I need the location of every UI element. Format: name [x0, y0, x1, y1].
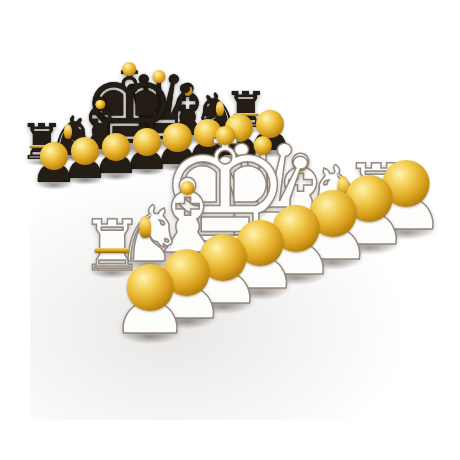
gold-accent	[123, 62, 137, 76]
product-photo-stage: ♜♞♝♚♛♝♞♜♟♟♟♟♟♟♟♟♜♞♝♚♛♝♞♜♟♟♟♟♟♟♟♟	[0, 0, 460, 460]
gold-accent	[127, 264, 174, 311]
gold-accent	[40, 142, 68, 170]
